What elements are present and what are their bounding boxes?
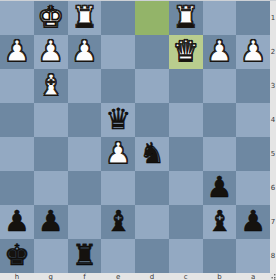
square-h3[interactable] (0, 69, 34, 103)
square-h8[interactable]: ♚ (0, 239, 34, 273)
black-bishop: ♝ (206, 207, 232, 236)
file-label-b: b (203, 273, 237, 280)
black-knight: ♞ (139, 139, 165, 168)
rank-label-7: 7 (270, 205, 276, 239)
square-f7[interactable] (68, 205, 102, 239)
square-a5[interactable] (236, 137, 270, 171)
square-b6[interactable]: ♟ (203, 171, 237, 205)
square-a1[interactable] (236, 1, 270, 35)
white-pawn: ♟ (240, 37, 266, 66)
square-d6[interactable] (135, 171, 169, 205)
rank-label-1: 1 (270, 1, 276, 35)
square-f8[interactable]: ♜ (68, 239, 102, 273)
square-h5[interactable] (0, 137, 34, 171)
white-rook: ♜ (71, 3, 97, 32)
square-b4[interactable] (203, 103, 237, 137)
square-b1[interactable] (203, 1, 237, 35)
black-pawn: ♟ (38, 207, 64, 236)
square-c1[interactable]: ♜ (169, 1, 203, 35)
white-queen: ♛ (173, 37, 199, 66)
file-label-h: h (0, 273, 34, 280)
square-g1[interactable]: ♚ (34, 1, 68, 35)
square-g7[interactable]: ♟ (34, 205, 68, 239)
square-b7[interactable]: ♝ (203, 205, 237, 239)
square-a3[interactable] (236, 69, 270, 103)
chess-board: ♚♜♜♟♟♟♛♟♟♝♛♟♞♟♟♟♝♝♟♚♜ (0, 1, 270, 273)
rank-label-6: 6 (270, 171, 276, 205)
rank-label-2: 2 (270, 35, 276, 69)
square-e5[interactable]: ♟ (101, 137, 135, 171)
white-pawn: ♟ (105, 139, 131, 168)
square-e1[interactable] (101, 1, 135, 35)
square-g4[interactable] (34, 103, 68, 137)
resize-grip-icon[interactable] (270, 273, 276, 280)
square-g5[interactable] (34, 137, 68, 171)
rank-label-4: 4 (270, 103, 276, 137)
square-b3[interactable] (203, 69, 237, 103)
square-a8[interactable] (236, 239, 270, 273)
square-h2[interactable]: ♟ (0, 35, 34, 69)
black-rook: ♜ (71, 241, 97, 270)
square-e2[interactable] (101, 35, 135, 69)
square-f2[interactable]: ♟ (68, 35, 102, 69)
file-label-e: e (101, 273, 135, 280)
white-pawn: ♟ (4, 37, 30, 66)
white-pawn: ♟ (38, 37, 64, 66)
white-pawn: ♟ (206, 37, 232, 66)
square-f5[interactable] (68, 137, 102, 171)
rank-coordinates: 12345678 (270, 1, 276, 273)
white-king: ♚ (38, 3, 64, 32)
square-b8[interactable] (203, 239, 237, 273)
square-h6[interactable] (0, 171, 34, 205)
black-pawn: ♟ (4, 207, 30, 236)
black-bishop: ♝ (105, 207, 131, 236)
file-coordinates: hgfedcba (0, 273, 270, 280)
file-label-a: a (236, 273, 270, 280)
black-pawn: ♟ (240, 207, 266, 236)
square-h7[interactable]: ♟ (0, 205, 34, 239)
square-c3[interactable] (169, 69, 203, 103)
square-a4[interactable] (236, 103, 270, 137)
square-h4[interactable] (0, 103, 34, 137)
white-pawn: ♟ (71, 37, 97, 66)
rank-label-5: 5 (270, 137, 276, 171)
square-g6[interactable] (34, 171, 68, 205)
square-c5[interactable] (169, 137, 203, 171)
file-label-c: c (169, 273, 203, 280)
rank-label-3: 3 (270, 69, 276, 103)
file-label-d: d (135, 273, 169, 280)
square-e4[interactable]: ♛ (101, 103, 135, 137)
black-pawn: ♟ (206, 173, 232, 202)
square-d5[interactable]: ♞ (135, 137, 169, 171)
square-d4[interactable] (135, 103, 169, 137)
square-e8[interactable] (101, 239, 135, 273)
square-f4[interactable] (68, 103, 102, 137)
square-g2[interactable]: ♟ (34, 35, 68, 69)
square-h1[interactable] (0, 1, 34, 35)
square-f3[interactable] (68, 69, 102, 103)
square-c8[interactable] (169, 239, 203, 273)
square-e3[interactable] (101, 69, 135, 103)
square-b5[interactable] (203, 137, 237, 171)
square-a6[interactable] (236, 171, 270, 205)
square-f6[interactable] (68, 171, 102, 205)
square-c7[interactable] (169, 205, 203, 239)
square-b2[interactable]: ♟ (203, 35, 237, 69)
square-d7[interactable] (135, 205, 169, 239)
black-queen: ♛ (105, 105, 131, 134)
square-d2[interactable] (135, 35, 169, 69)
white-bishop: ♝ (38, 71, 64, 100)
black-king: ♚ (4, 241, 30, 270)
chess-app-window: ♚♜♜♟♟♟♛♟♟♝♛♟♞♟♟♟♝♝♟♚♜ 12345678 hgfedcba (0, 0, 276, 280)
square-g3[interactable]: ♝ (34, 69, 68, 103)
file-label-f: f (68, 273, 102, 280)
square-a2[interactable]: ♟ (236, 35, 270, 69)
square-g8[interactable] (34, 239, 68, 273)
square-d8[interactable] (135, 239, 169, 273)
square-e6[interactable] (101, 171, 135, 205)
square-f1[interactable]: ♜ (68, 1, 102, 35)
square-c4[interactable] (169, 103, 203, 137)
square-d3[interactable] (135, 69, 169, 103)
white-rook: ♜ (173, 3, 199, 32)
square-c6[interactable] (169, 171, 203, 205)
rank-label-8: 8 (270, 239, 276, 273)
square-c2[interactable]: ♛ (169, 35, 203, 69)
square-e7[interactable]: ♝ (101, 205, 135, 239)
file-label-g: g (34, 273, 68, 280)
square-d1[interactable] (135, 1, 169, 35)
square-a7[interactable]: ♟ (236, 205, 270, 239)
